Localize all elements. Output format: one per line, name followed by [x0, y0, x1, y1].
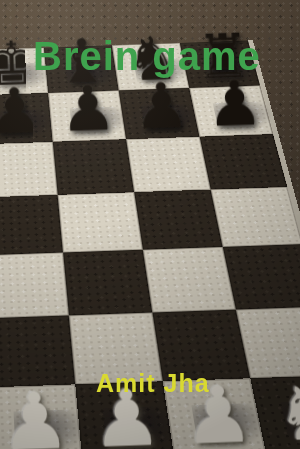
square-e4 — [0, 252, 69, 318]
square-e5 — [0, 195, 63, 255]
square-e7: ♟ — [0, 93, 53, 144]
square-g5 — [134, 190, 223, 250]
square-f5 — [58, 192, 143, 252]
book-author: Amit Jha — [96, 369, 210, 398]
square-f6 — [53, 139, 134, 195]
square-e6 — [0, 142, 58, 198]
book-title: Brein game — [33, 34, 261, 79]
square-h7: ♟ — [189, 86, 273, 137]
square-h4 — [223, 244, 300, 309]
square-g4 — [143, 247, 236, 313]
square-h6 — [200, 134, 288, 189]
square-e3 — [0, 315, 75, 387]
square-h2: ♞ — [250, 375, 300, 449]
square-f7: ♟ — [48, 90, 126, 141]
square-g6 — [126, 137, 211, 192]
book-cover: ♚♝♞♜♟♟♟♟♟♟♟♞♛♟♚ Brein game Amit Jha — [0, 0, 300, 449]
white-pawn-piece: ♟ — [0, 384, 81, 449]
square-e2: ♟ — [0, 384, 82, 449]
white-knight-piece: ♞ — [264, 374, 300, 449]
square-g7: ♟ — [119, 88, 200, 139]
square-f4 — [63, 250, 152, 316]
square-h5 — [211, 187, 300, 247]
